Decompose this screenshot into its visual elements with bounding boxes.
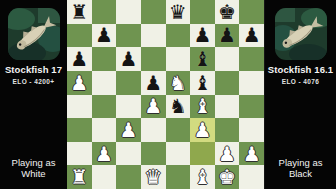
black-pawn[interactable]: ♟	[215, 24, 240, 48]
square-d3[interactable]	[141, 118, 166, 142]
square-a5[interactable]: ♟	[67, 71, 92, 95]
black-queen[interactable]: ♛	[166, 0, 191, 24]
square-a3[interactable]	[67, 118, 92, 142]
white-pawn[interactable]: ♟	[92, 142, 117, 166]
square-d8[interactable]	[141, 0, 166, 24]
square-f3[interactable]: ♟	[190, 118, 215, 142]
black-bishop[interactable]: ♝	[190, 47, 215, 71]
square-h4[interactable]	[239, 95, 264, 119]
black-pawn[interactable]: ♟	[92, 24, 117, 48]
right-engine-elo: ELO - 4076	[282, 78, 320, 85]
square-d5[interactable]: ♟	[141, 71, 166, 95]
right-playing-as-label: Playing as Black	[265, 157, 336, 180]
white-pawn[interactable]: ♟	[239, 142, 264, 166]
square-d1[interactable]: ♛	[141, 165, 166, 189]
square-g8[interactable]: ♚	[215, 0, 240, 24]
black-knight[interactable]: ♞	[166, 95, 191, 119]
black-bishop[interactable]: ♝	[190, 71, 215, 95]
square-c8[interactable]	[116, 0, 141, 24]
square-f6[interactable]: ♝	[190, 47, 215, 71]
right-engine-name: Stockfish 16.1	[268, 64, 333, 75]
square-c4[interactable]	[116, 95, 141, 119]
white-pawn[interactable]: ♟	[67, 71, 92, 95]
square-a4[interactable]	[67, 95, 92, 119]
square-c1[interactable]	[116, 165, 141, 189]
black-pawn[interactable]: ♟	[116, 47, 141, 71]
square-h2[interactable]: ♟	[239, 142, 264, 166]
black-king[interactable]: ♚	[215, 0, 240, 24]
square-h5[interactable]	[239, 71, 264, 95]
white-rook[interactable]: ♜	[67, 165, 92, 189]
square-b8[interactable]	[92, 0, 117, 24]
left-playing-as-label: Playing as White	[0, 157, 67, 180]
black-pawn[interactable]: ♟	[190, 24, 215, 48]
square-f4[interactable]: ♝	[190, 95, 215, 119]
square-e6[interactable]	[166, 47, 191, 71]
square-a7[interactable]	[67, 24, 92, 48]
left-player-panel: Stockfish 17 ELO - 4200+ Playing as Whit…	[0, 0, 67, 189]
square-a8[interactable]: ♜	[67, 0, 92, 24]
black-pawn[interactable]: ♟	[67, 47, 92, 71]
square-h3[interactable]	[239, 118, 264, 142]
square-b6[interactable]	[92, 47, 117, 71]
square-g5[interactable]	[215, 71, 240, 95]
square-a2[interactable]	[67, 142, 92, 166]
stockfish-fish-image	[275, 8, 327, 60]
engine-match-screen: Stockfish 17 ELO - 4200+ Playing as Whit…	[0, 0, 336, 189]
square-c2[interactable]	[116, 142, 141, 166]
white-pawn[interactable]: ♟	[190, 118, 215, 142]
white-pawn[interactable]: ♟	[116, 118, 141, 142]
square-g3[interactable]	[215, 118, 240, 142]
stockfish-fish-image	[8, 8, 60, 60]
square-g7[interactable]: ♟	[215, 24, 240, 48]
square-h1[interactable]	[239, 165, 264, 189]
square-h8[interactable]	[239, 0, 264, 24]
square-g4[interactable]	[215, 95, 240, 119]
square-e1[interactable]	[166, 165, 191, 189]
left-engine-elo: ELO - 4200+	[13, 78, 55, 85]
square-a1[interactable]: ♜	[67, 165, 92, 189]
square-f1[interactable]: ♝	[190, 165, 215, 189]
square-d2[interactable]	[141, 142, 166, 166]
square-b5[interactable]	[92, 71, 117, 95]
square-g1[interactable]: ♚	[215, 165, 240, 189]
square-f5[interactable]: ♝	[190, 71, 215, 95]
white-king[interactable]: ♚	[215, 165, 240, 189]
square-b2[interactable]: ♟	[92, 142, 117, 166]
square-d4[interactable]: ♟	[141, 95, 166, 119]
white-bishop[interactable]: ♝	[190, 95, 215, 119]
white-queen[interactable]: ♛	[141, 165, 166, 189]
white-bishop[interactable]: ♝	[190, 165, 215, 189]
square-e8[interactable]: ♛	[166, 0, 191, 24]
white-pawn[interactable]: ♟	[141, 95, 166, 119]
square-f2[interactable]	[190, 142, 215, 166]
square-b7[interactable]: ♟	[92, 24, 117, 48]
square-c5[interactable]	[116, 71, 141, 95]
white-knight[interactable]: ♞	[166, 71, 191, 95]
left-engine-name: Stockfish 17	[5, 64, 62, 75]
square-g6[interactable]	[215, 47, 240, 71]
square-e2[interactable]	[166, 142, 191, 166]
chess-board[interactable]: ♜♛♚♟♟♟♟♟♟♝♟♟♞♝♟♞♝♟♟♟♟♟♜♛♝♚	[67, 0, 265, 189]
square-b1[interactable]	[92, 165, 117, 189]
square-e4[interactable]: ♞	[166, 95, 191, 119]
stockfish-logo-icon	[8, 8, 60, 60]
square-a6[interactable]: ♟	[67, 47, 92, 71]
square-b4[interactable]	[92, 95, 117, 119]
square-e5[interactable]: ♞	[166, 71, 191, 95]
square-c6[interactable]: ♟	[116, 47, 141, 71]
square-f8[interactable]	[190, 0, 215, 24]
black-pawn[interactable]: ♟	[239, 24, 264, 48]
stockfish-logo-icon	[275, 8, 327, 60]
black-pawn[interactable]: ♟	[141, 71, 166, 95]
square-e3[interactable]	[166, 118, 191, 142]
square-e7[interactable]	[166, 24, 191, 48]
black-rook[interactable]: ♜	[67, 0, 92, 24]
square-b3[interactable]	[92, 118, 117, 142]
right-player-panel: Stockfish 16.1 ELO - 4076 Playing as Bla…	[265, 0, 336, 189]
square-f7[interactable]: ♟	[190, 24, 215, 48]
square-c7[interactable]	[116, 24, 141, 48]
square-h6[interactable]	[239, 47, 264, 71]
square-c3[interactable]: ♟	[116, 118, 141, 142]
square-g2[interactable]: ♟	[215, 142, 240, 166]
white-pawn[interactable]: ♟	[215, 142, 240, 166]
square-d6[interactable]	[141, 47, 166, 71]
square-h7[interactable]: ♟	[239, 24, 264, 48]
square-d7[interactable]	[141, 24, 166, 48]
